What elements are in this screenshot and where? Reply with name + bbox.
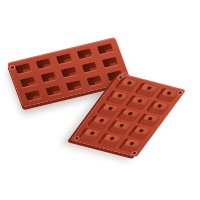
cavity-shadow — [40, 72, 56, 83]
corner-hole — [10, 66, 14, 70]
cavity-shadow — [25, 90, 41, 101]
cavity-shadow — [81, 62, 97, 73]
mold-bump — [155, 88, 179, 102]
mold-cavity — [35, 58, 51, 69]
cavity-shadow — [66, 80, 82, 91]
product-photo — [0, 0, 200, 200]
mold-bump — [115, 77, 139, 91]
mold-bump — [87, 115, 111, 129]
cavity-shadow — [20, 77, 36, 88]
cavity-shadow — [15, 63, 31, 74]
mold-bump — [135, 83, 159, 97]
cavity-shadow — [77, 48, 93, 59]
mold-bump — [127, 126, 151, 140]
cavity-shadow — [45, 85, 61, 96]
mold-bump — [146, 100, 170, 114]
cavity-shadow — [97, 43, 113, 54]
mold-cavity — [61, 67, 77, 78]
mold-bump — [107, 120, 131, 134]
cavity-shadow — [56, 53, 72, 64]
mold-bump — [106, 90, 130, 104]
mold-bump — [78, 128, 102, 142]
mold-cavity — [86, 75, 102, 86]
mold-cavity — [25, 90, 41, 101]
mold-cavity — [15, 63, 31, 74]
cavity-shadow — [102, 57, 118, 68]
mold-bump — [118, 138, 142, 152]
mold-cavity — [20, 77, 36, 88]
mold-cavity — [81, 62, 97, 73]
cavity-shadow — [86, 75, 102, 86]
mold-bump — [98, 133, 122, 147]
mold-cavity — [97, 43, 113, 54]
mold-bump — [126, 95, 150, 109]
corner-hole — [178, 91, 183, 94]
cavity-shadow — [61, 67, 77, 78]
mold-cavity — [102, 57, 118, 68]
cavity-shadow — [35, 58, 51, 69]
mold-cavity — [66, 80, 82, 91]
mold-cavity — [45, 85, 61, 96]
mold-cavity — [56, 53, 72, 64]
mold-bump — [136, 113, 160, 127]
mold-cavity — [40, 72, 56, 83]
mold-bump — [116, 108, 140, 122]
corner-hole — [75, 137, 80, 140]
mold-bump — [96, 103, 120, 117]
corner-hole — [132, 152, 137, 155]
mold-cavity — [77, 48, 93, 59]
